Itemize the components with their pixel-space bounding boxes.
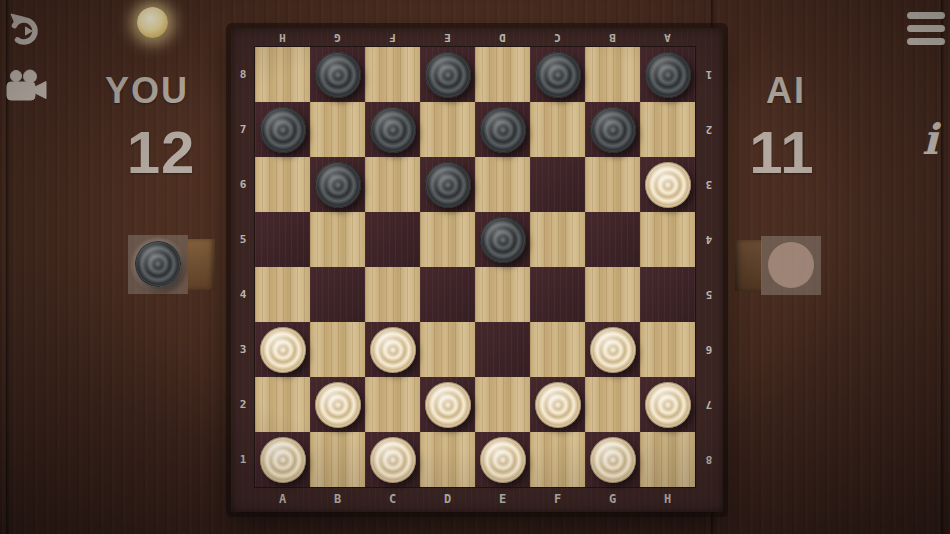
play-area <box>255 47 695 487</box>
black-piece-f8[interactable] <box>535 52 581 98</box>
you-captured-tray <box>128 235 188 294</box>
square-e2 <box>475 377 530 432</box>
coord-label-bottom-c: C <box>365 487 420 512</box>
coord-label-top-h: H <box>255 28 310 47</box>
info-button[interactable]: i <box>914 116 946 164</box>
white-piece-c1[interactable] <box>370 437 416 483</box>
coord-label-left-5: 5 <box>231 212 255 267</box>
square-g2 <box>585 377 640 432</box>
coord-label-left-7: 7 <box>231 102 255 157</box>
coord-label-top-d: D <box>475 28 530 47</box>
board-labels-bottom: ABCDEFGH <box>255 487 695 512</box>
square-g7[interactable] <box>585 102 640 157</box>
square-b5 <box>310 212 365 267</box>
square-f7 <box>530 102 585 157</box>
white-piece-f2[interactable] <box>535 382 581 428</box>
player-ai-score: 11 <box>702 118 862 187</box>
square-h6[interactable] <box>640 157 695 212</box>
white-piece-c3[interactable] <box>370 327 416 373</box>
square-h2[interactable] <box>640 377 695 432</box>
checkers-board: HGFEDCBA ABCDEFGH 87654321 12345678 <box>231 28 723 512</box>
your-color-indicator <box>137 7 168 38</box>
black-piece-a7[interactable] <box>260 107 306 153</box>
square-g5[interactable] <box>585 212 640 267</box>
board-labels-top: HGFEDCBA <box>255 28 695 47</box>
coord-label-top-a: A <box>640 28 695 47</box>
coord-label-right-5: 5 <box>695 267 723 322</box>
coord-label-right-8: 8 <box>695 432 723 487</box>
square-h5 <box>640 212 695 267</box>
square-c6 <box>365 157 420 212</box>
square-d6[interactable] <box>420 157 475 212</box>
black-piece-c7[interactable] <box>370 107 416 153</box>
restart-icon <box>5 11 41 47</box>
square-e7[interactable] <box>475 102 530 157</box>
black-piece-b8[interactable] <box>315 52 361 98</box>
square-b6[interactable] <box>310 157 365 212</box>
square-f6[interactable] <box>530 157 585 212</box>
white-piece-g1[interactable] <box>590 437 636 483</box>
square-a8 <box>255 47 310 102</box>
square-a7[interactable] <box>255 102 310 157</box>
camera-icon <box>5 68 47 104</box>
square-g8 <box>585 47 640 102</box>
square-f5 <box>530 212 585 267</box>
square-c7[interactable] <box>365 102 420 157</box>
coord-label-top-g: G <box>310 28 365 47</box>
square-e3[interactable] <box>475 322 530 377</box>
square-f8[interactable] <box>530 47 585 102</box>
square-h4[interactable] <box>640 267 695 322</box>
square-h8[interactable] <box>640 47 695 102</box>
square-c5[interactable] <box>365 212 420 267</box>
square-d1 <box>420 432 475 487</box>
black-piece-g7[interactable] <box>590 107 636 153</box>
square-b7 <box>310 102 365 157</box>
square-d7 <box>420 102 475 157</box>
board-labels-right: 12345678 <box>695 47 723 487</box>
menu-icon <box>907 12 945 19</box>
black-piece-e7[interactable] <box>480 107 526 153</box>
white-piece-g3[interactable] <box>590 327 636 373</box>
square-c8 <box>365 47 420 102</box>
square-f3 <box>530 322 585 377</box>
square-b1 <box>310 432 365 487</box>
white-piece-h2[interactable] <box>645 382 691 428</box>
square-d4[interactable] <box>420 267 475 322</box>
square-e1[interactable] <box>475 432 530 487</box>
coord-label-top-b: B <box>585 28 640 47</box>
square-g6 <box>585 157 640 212</box>
square-c2 <box>365 377 420 432</box>
coord-label-left-8: 8 <box>231 47 255 102</box>
captured-black-piece <box>135 241 181 287</box>
square-a1[interactable] <box>255 432 310 487</box>
ai-captured-tray <box>761 236 821 295</box>
square-a4 <box>255 267 310 322</box>
black-piece-e5[interactable] <box>480 217 526 263</box>
coord-label-bottom-f: F <box>530 487 585 512</box>
player-you-label: YOU <box>67 70 227 112</box>
square-a6 <box>255 157 310 212</box>
square-e6 <box>475 157 530 212</box>
square-a3[interactable] <box>255 322 310 377</box>
coord-label-left-3: 3 <box>231 322 255 377</box>
square-e4 <box>475 267 530 322</box>
square-b3 <box>310 322 365 377</box>
coord-label-left-6: 6 <box>231 157 255 212</box>
square-g4 <box>585 267 640 322</box>
tray-ledge-right <box>735 240 762 291</box>
coord-label-bottom-a: A <box>255 487 310 512</box>
square-h7 <box>640 102 695 157</box>
square-b4[interactable] <box>310 267 365 322</box>
square-f1 <box>530 432 585 487</box>
player-you-score: 12 <box>81 118 241 187</box>
coord-label-top-c: C <box>530 28 585 47</box>
coord-label-top-f: F <box>365 28 420 47</box>
coord-label-left-4: 4 <box>231 267 255 322</box>
coord-label-bottom-e: E <box>475 487 530 512</box>
coord-label-left-1: 1 <box>231 432 255 487</box>
square-f4[interactable] <box>530 267 585 322</box>
square-f2[interactable] <box>530 377 585 432</box>
black-piece-d6[interactable] <box>425 162 471 208</box>
coord-label-bottom-g: G <box>585 487 640 512</box>
square-b8[interactable] <box>310 47 365 102</box>
square-d2[interactable] <box>420 377 475 432</box>
square-c1[interactable] <box>365 432 420 487</box>
coord-label-right-1: 1 <box>695 47 723 102</box>
black-piece-b6[interactable] <box>315 162 361 208</box>
square-g3[interactable] <box>585 322 640 377</box>
coord-label-bottom-b: B <box>310 487 365 512</box>
square-e5[interactable] <box>475 212 530 267</box>
coord-label-top-e: E <box>420 28 475 47</box>
board-labels-left: 87654321 <box>231 47 255 487</box>
wood-seam <box>941 0 945 534</box>
white-piece-a1[interactable] <box>260 437 306 483</box>
square-d5 <box>420 212 475 267</box>
square-h3 <box>640 322 695 377</box>
square-a5[interactable] <box>255 212 310 267</box>
coord-label-bottom-d: D <box>420 487 475 512</box>
square-c4 <box>365 267 420 322</box>
coord-label-right-2: 2 <box>695 102 723 157</box>
square-h1 <box>640 432 695 487</box>
white-piece-b2[interactable] <box>315 382 361 428</box>
ai-captured-empty-slot <box>768 242 814 288</box>
black-piece-d8[interactable] <box>425 52 471 98</box>
menu-button[interactable] <box>907 12 945 48</box>
coord-label-right-7: 7 <box>695 377 723 432</box>
square-d3 <box>420 322 475 377</box>
player-ai-label: AI <box>706 70 866 112</box>
white-piece-h6[interactable] <box>645 162 691 208</box>
square-a2 <box>255 377 310 432</box>
record-button[interactable] <box>5 68 47 104</box>
square-b2[interactable] <box>310 377 365 432</box>
tray-ledge-left <box>188 239 215 290</box>
square-c3[interactable] <box>365 322 420 377</box>
square-d8[interactable] <box>420 47 475 102</box>
coord-label-right-3: 3 <box>695 157 723 212</box>
coord-label-bottom-h: H <box>640 487 695 512</box>
square-g1[interactable] <box>585 432 640 487</box>
game-screen: i YOU 12 AI 11 HGFEDCBA ABCDEFGH 8765432… <box>0 0 950 534</box>
white-piece-a3[interactable] <box>260 327 306 373</box>
black-piece-h8[interactable] <box>645 52 691 98</box>
coord-label-right-4: 4 <box>695 212 723 267</box>
square-e8 <box>475 47 530 102</box>
white-piece-d2[interactable] <box>425 382 471 428</box>
coord-label-right-6: 6 <box>695 322 723 377</box>
white-piece-e1[interactable] <box>480 437 526 483</box>
restart-button[interactable] <box>5 11 41 47</box>
coord-label-left-2: 2 <box>231 377 255 432</box>
